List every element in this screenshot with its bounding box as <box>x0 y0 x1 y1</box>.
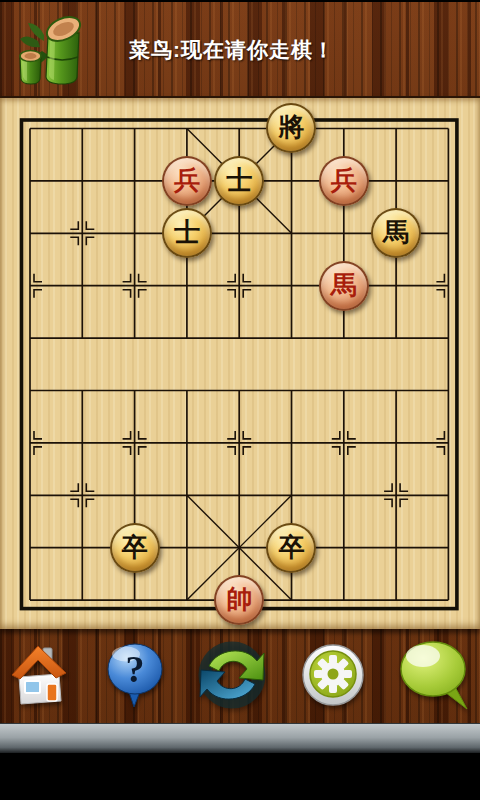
piece-glyph: 兵 <box>174 168 200 194</box>
home-icon <box>7 643 73 707</box>
piece-glyph: 馬 <box>331 273 357 299</box>
help-icon: ? <box>105 640 165 710</box>
piece-red-soldier[interactable]: 兵 <box>319 156 369 206</box>
top-bar: 菜鸟:现在请你走棋！ <box>0 0 480 96</box>
app-screen: 菜鸟:现在请你走棋！ 將兵士兵士馬馬卒卒帥 <box>0 0 480 800</box>
piece-red-general[interactable]: 帥 <box>214 575 264 625</box>
piece-red-soldier[interactable]: 兵 <box>162 156 212 206</box>
bamboo-logo-icon <box>8 5 94 89</box>
home-button[interactable] <box>7 643 73 707</box>
piece-glyph: 馬 <box>383 220 409 246</box>
piece-black-soldier[interactable]: 卒 <box>110 523 160 573</box>
bottom-gradient-bar <box>0 723 480 754</box>
help-button[interactable]: ? <box>105 640 165 710</box>
settings-button[interactable] <box>300 642 366 708</box>
piece-black-advisor[interactable]: 士 <box>162 208 212 258</box>
xiangqi-board[interactable]: 將兵士兵士馬馬卒卒帥 <box>0 96 480 629</box>
piece-black-horse[interactable]: 馬 <box>371 208 421 258</box>
settings-icon <box>300 642 366 708</box>
piece-glyph: 帥 <box>226 587 252 613</box>
refresh-icon <box>196 641 268 709</box>
piece-black-general[interactable]: 將 <box>266 103 316 153</box>
piece-glyph: 卒 <box>278 535 304 561</box>
piece-glyph: 將 <box>278 115 304 141</box>
chat-icon <box>397 639 473 711</box>
piece-glyph: 兵 <box>331 168 357 194</box>
piece-glyph: 士 <box>174 220 200 246</box>
piece-red-horse[interactable]: 馬 <box>319 261 369 311</box>
piece-black-advisor[interactable]: 士 <box>214 156 264 206</box>
piece-black-soldier[interactable]: 卒 <box>266 523 316 573</box>
letterbox-black <box>0 753 480 800</box>
refresh-button[interactable] <box>196 641 268 709</box>
piece-glyph: 卒 <box>122 535 148 561</box>
piece-glyph: 士 <box>226 168 252 194</box>
piece-grid: 將兵士兵士馬馬卒卒帥 <box>4 102 475 626</box>
svg-text:?: ? <box>125 648 144 690</box>
bottom-toolbar: ? <box>0 627 480 723</box>
status-banner: 菜鸟:现在请你走棋！ <box>96 36 368 64</box>
chat-button[interactable] <box>397 639 473 711</box>
